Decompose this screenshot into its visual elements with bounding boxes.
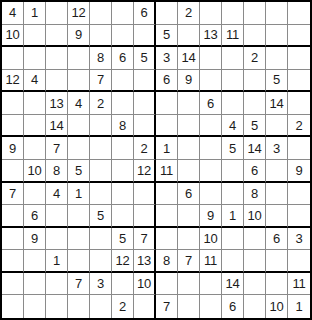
cell-r10c2[interactable]: 6 (24, 205, 46, 228)
cell-r4c5[interactable]: 7 (90, 70, 112, 93)
cell-r2c6[interactable] (112, 25, 134, 48)
cell-r1c1[interactable]: 4 (2, 2, 24, 25)
cell-r10c8[interactable] (156, 205, 178, 228)
cell-r12c5[interactable] (90, 250, 112, 273)
cell-r8c13[interactable] (266, 160, 288, 183)
cell-r12c9[interactable]: 7 (178, 250, 200, 273)
cell-r13c8[interactable] (156, 273, 178, 296)
cell-r4c9[interactable]: 9 (178, 70, 200, 93)
cell-r9c13[interactable] (266, 183, 288, 206)
cell-r3c3[interactable] (46, 47, 68, 70)
cell-r5c12[interactable] (244, 92, 266, 115)
cell-r6c5[interactable] (90, 115, 112, 138)
cell-r8c14[interactable]: 9 (288, 160, 310, 183)
cell-r2c5[interactable] (90, 25, 112, 48)
cell-r12c12[interactable] (244, 250, 266, 273)
cell-r12c11[interactable] (222, 250, 244, 273)
cell-r2c4[interactable]: 9 (68, 25, 90, 48)
cell-r4c12[interactable] (244, 70, 266, 93)
cell-r1c5[interactable] (90, 2, 112, 25)
cell-r4c13[interactable]: 5 (266, 70, 288, 93)
cell-r6c14[interactable]: 2 (288, 115, 310, 138)
cell-r2c8[interactable]: 5 (156, 25, 178, 48)
cell-r10c12[interactable]: 10 (244, 205, 266, 228)
cell-r10c3[interactable] (46, 205, 68, 228)
cell-r12c8[interactable]: 8 (156, 250, 178, 273)
cell-r6c3[interactable]: 14 (46, 115, 68, 138)
cell-r13c2[interactable] (24, 273, 46, 296)
cell-r12c13[interactable] (266, 250, 288, 273)
cell-r4c2[interactable]: 4 (24, 70, 46, 93)
cell-r6c13[interactable] (266, 115, 288, 138)
cell-r14c8[interactable]: 7 (156, 295, 178, 318)
cell-r4c14[interactable] (288, 70, 310, 93)
cell-r3c7[interactable]: 5 (134, 47, 156, 70)
cell-r1c7[interactable]: 6 (134, 2, 156, 25)
cell-r8c6[interactable] (112, 160, 134, 183)
cell-r11c5[interactable] (90, 228, 112, 251)
cell-r11c4[interactable] (68, 228, 90, 251)
cell-r13c4[interactable]: 7 (68, 273, 90, 296)
cell-r6c12[interactable]: 5 (244, 115, 266, 138)
cell-r11c10[interactable]: 10 (200, 228, 222, 251)
cell-r7c7[interactable]: 2 (134, 137, 156, 160)
cell-r2c11[interactable]: 11 (222, 25, 244, 48)
cell-r7c12[interactable]: 14 (244, 137, 266, 160)
cell-r4c4[interactable] (68, 70, 90, 93)
cell-r14c11[interactable]: 6 (222, 295, 244, 318)
cell-r7c6[interactable] (112, 137, 134, 160)
cell-r13c7[interactable]: 10 (134, 273, 156, 296)
cell-r1c13[interactable] (266, 2, 288, 25)
cell-r1c6[interactable] (112, 2, 134, 25)
cell-r14c7[interactable] (134, 295, 156, 318)
sudoku-board: 4112621095131186531421247695134261414845… (0, 0, 312, 320)
cell-r8c12[interactable]: 6 (244, 160, 266, 183)
cell-r2c1[interactable]: 10 (2, 25, 24, 48)
cell-r9c7[interactable] (134, 183, 156, 206)
cell-r7c8[interactable]: 1 (156, 137, 178, 160)
cell-r7c2[interactable] (24, 137, 46, 160)
cell-r9c8[interactable] (156, 183, 178, 206)
cell-r14c13[interactable]: 10 (266, 295, 288, 318)
cell-r7c13[interactable]: 3 (266, 137, 288, 160)
cell-r5c9[interactable] (178, 92, 200, 115)
cell-r6c10[interactable] (200, 115, 222, 138)
cell-r6c11[interactable]: 4 (222, 115, 244, 138)
cell-r10c1[interactable] (2, 205, 24, 228)
cell-r7c11[interactable]: 5 (222, 137, 244, 160)
cell-r9c3[interactable]: 4 (46, 183, 68, 206)
cell-r10c11[interactable]: 1 (222, 205, 244, 228)
cell-r10c6[interactable] (112, 205, 134, 228)
cell-r3c5[interactable]: 8 (90, 47, 112, 70)
cell-r6c1[interactable] (2, 115, 24, 138)
cell-r3c4[interactable] (68, 47, 90, 70)
cell-r9c6[interactable] (112, 183, 134, 206)
cell-r13c10[interactable] (200, 273, 222, 296)
cell-r13c1[interactable] (2, 273, 24, 296)
cell-r6c7[interactable] (134, 115, 156, 138)
cell-r5c5[interactable]: 2 (90, 92, 112, 115)
cell-r6c8[interactable] (156, 115, 178, 138)
cell-r5c2[interactable] (24, 92, 46, 115)
cell-r9c9[interactable]: 6 (178, 183, 200, 206)
cell-r9c1[interactable]: 7 (2, 183, 24, 206)
cell-r6c9[interactable] (178, 115, 200, 138)
cell-r7c3[interactable]: 7 (46, 137, 68, 160)
cell-r7c10[interactable] (200, 137, 222, 160)
cell-r7c9[interactable] (178, 137, 200, 160)
cell-r8c5[interactable] (90, 160, 112, 183)
cell-r11c1[interactable] (2, 228, 24, 251)
cell-r3c1[interactable] (2, 47, 24, 70)
cell-r9c5[interactable] (90, 183, 112, 206)
cell-r1c3[interactable] (46, 2, 68, 25)
cell-r11c13[interactable]: 6 (266, 228, 288, 251)
cell-r13c14[interactable]: 11 (288, 273, 310, 296)
cell-r3c9[interactable]: 14 (178, 47, 200, 70)
cell-r11c9[interactable] (178, 228, 200, 251)
cell-r10c5[interactable]: 5 (90, 205, 112, 228)
cell-r5c11[interactable] (222, 92, 244, 115)
cell-r4c8[interactable]: 6 (156, 70, 178, 93)
cell-r8c3[interactable]: 8 (46, 160, 68, 183)
cell-r4c7[interactable] (134, 70, 156, 93)
cell-r11c8[interactable] (156, 228, 178, 251)
cell-r9c14[interactable] (288, 183, 310, 206)
cell-r14c6[interactable]: 2 (112, 295, 134, 318)
cell-r13c3[interactable] (46, 273, 68, 296)
cell-r2c12[interactable] (244, 25, 266, 48)
cell-r4c10[interactable] (200, 70, 222, 93)
cell-r8c11[interactable] (222, 160, 244, 183)
cell-r9c12[interactable]: 8 (244, 183, 266, 206)
cell-r13c5[interactable]: 3 (90, 273, 112, 296)
cell-r9c2[interactable] (24, 183, 46, 206)
cell-r13c6[interactable] (112, 273, 134, 296)
cell-r8c4[interactable]: 5 (68, 160, 90, 183)
cell-r14c10[interactable] (200, 295, 222, 318)
cell-r5c14[interactable] (288, 92, 310, 115)
cell-r5c7[interactable] (134, 92, 156, 115)
cell-r1c9[interactable]: 2 (178, 2, 200, 25)
cell-r6c2[interactable] (24, 115, 46, 138)
cell-r2c9[interactable] (178, 25, 200, 48)
cell-r11c2[interactable]: 9 (24, 228, 46, 251)
cell-r12c10[interactable]: 11 (200, 250, 222, 273)
cell-r10c13[interactable] (266, 205, 288, 228)
cell-r5c3[interactable]: 13 (46, 92, 68, 115)
cell-r7c1[interactable]: 9 (2, 137, 24, 160)
cell-r1c12[interactable] (244, 2, 266, 25)
cell-r12c1[interactable] (2, 250, 24, 273)
cell-r2c7[interactable] (134, 25, 156, 48)
cell-r4c1[interactable]: 12 (2, 70, 24, 93)
cell-r14c12[interactable] (244, 295, 266, 318)
cell-r2c2[interactable] (24, 25, 46, 48)
cell-r1c4[interactable]: 12 (68, 2, 90, 25)
cell-r1c14[interactable] (288, 2, 310, 25)
cell-r12c6[interactable]: 12 (112, 250, 134, 273)
cell-r4c3[interactable] (46, 70, 68, 93)
cell-r1c11[interactable] (222, 2, 244, 25)
cell-r13c11[interactable]: 14 (222, 273, 244, 296)
cell-r5c4[interactable]: 4 (68, 92, 90, 115)
cell-r11c3[interactable] (46, 228, 68, 251)
cell-r3c2[interactable] (24, 47, 46, 70)
cell-r5c8[interactable] (156, 92, 178, 115)
cell-r14c9[interactable] (178, 295, 200, 318)
cell-r1c8[interactable] (156, 2, 178, 25)
cell-r10c9[interactable] (178, 205, 200, 228)
cell-r8c8[interactable]: 11 (156, 160, 178, 183)
cell-r12c2[interactable] (24, 250, 46, 273)
cell-r12c4[interactable] (68, 250, 90, 273)
cell-r9c4[interactable]: 1 (68, 183, 90, 206)
cell-r12c3[interactable]: 1 (46, 250, 68, 273)
cell-r11c12[interactable] (244, 228, 266, 251)
cell-r4c11[interactable] (222, 70, 244, 93)
cell-r11c11[interactable] (222, 228, 244, 251)
cell-r10c4[interactable] (68, 205, 90, 228)
cell-r1c10[interactable] (200, 2, 222, 25)
cell-r8c9[interactable] (178, 160, 200, 183)
cell-r3c10[interactable] (200, 47, 222, 70)
cell-r11c6[interactable]: 5 (112, 228, 134, 251)
cell-r5c6[interactable] (112, 92, 134, 115)
cell-r11c7[interactable]: 7 (134, 228, 156, 251)
cell-r3c8[interactable]: 3 (156, 47, 178, 70)
cell-r10c10[interactable]: 9 (200, 205, 222, 228)
cell-r14c3[interactable] (46, 295, 68, 318)
cell-r13c9[interactable] (178, 273, 200, 296)
cell-r14c1[interactable] (2, 295, 24, 318)
cell-r7c4[interactable] (68, 137, 90, 160)
cell-r13c12[interactable] (244, 273, 266, 296)
cell-r12c14[interactable] (288, 250, 310, 273)
cell-r1c2[interactable]: 1 (24, 2, 46, 25)
cell-r3c13[interactable] (266, 47, 288, 70)
cell-r6c6[interactable]: 8 (112, 115, 134, 138)
cell-r14c14[interactable]: 1 (288, 295, 310, 318)
cell-r3c11[interactable] (222, 47, 244, 70)
cell-r14c4[interactable] (68, 295, 90, 318)
cell-r2c10[interactable]: 13 (200, 25, 222, 48)
cell-r10c7[interactable] (134, 205, 156, 228)
cell-r3c14[interactable] (288, 47, 310, 70)
cell-r5c1[interactable] (2, 92, 24, 115)
cell-r13c13[interactable] (266, 273, 288, 296)
cell-r6c4[interactable] (68, 115, 90, 138)
cell-r11c14[interactable]: 3 (288, 228, 310, 251)
cell-r4c6[interactable] (112, 70, 134, 93)
cell-r2c14[interactable] (288, 25, 310, 48)
cell-r7c5[interactable] (90, 137, 112, 160)
cell-r8c7[interactable]: 12 (134, 160, 156, 183)
cell-r3c6[interactable]: 6 (112, 47, 134, 70)
cell-r2c3[interactable] (46, 25, 68, 48)
cell-r14c2[interactable] (24, 295, 46, 318)
cell-r8c10[interactable] (200, 160, 222, 183)
cell-r8c2[interactable]: 10 (24, 160, 46, 183)
cell-r9c10[interactable] (200, 183, 222, 206)
cell-r7c14[interactable] (288, 137, 310, 160)
cell-r3c12[interactable]: 2 (244, 47, 266, 70)
cell-r5c13[interactable]: 14 (266, 92, 288, 115)
cell-r9c11[interactable] (222, 183, 244, 206)
cell-r12c7[interactable]: 13 (134, 250, 156, 273)
cell-r10c14[interactable] (288, 205, 310, 228)
cell-r5c10[interactable]: 6 (200, 92, 222, 115)
cell-r8c1[interactable] (2, 160, 24, 183)
cell-r14c5[interactable] (90, 295, 112, 318)
cell-r2c13[interactable] (266, 25, 288, 48)
